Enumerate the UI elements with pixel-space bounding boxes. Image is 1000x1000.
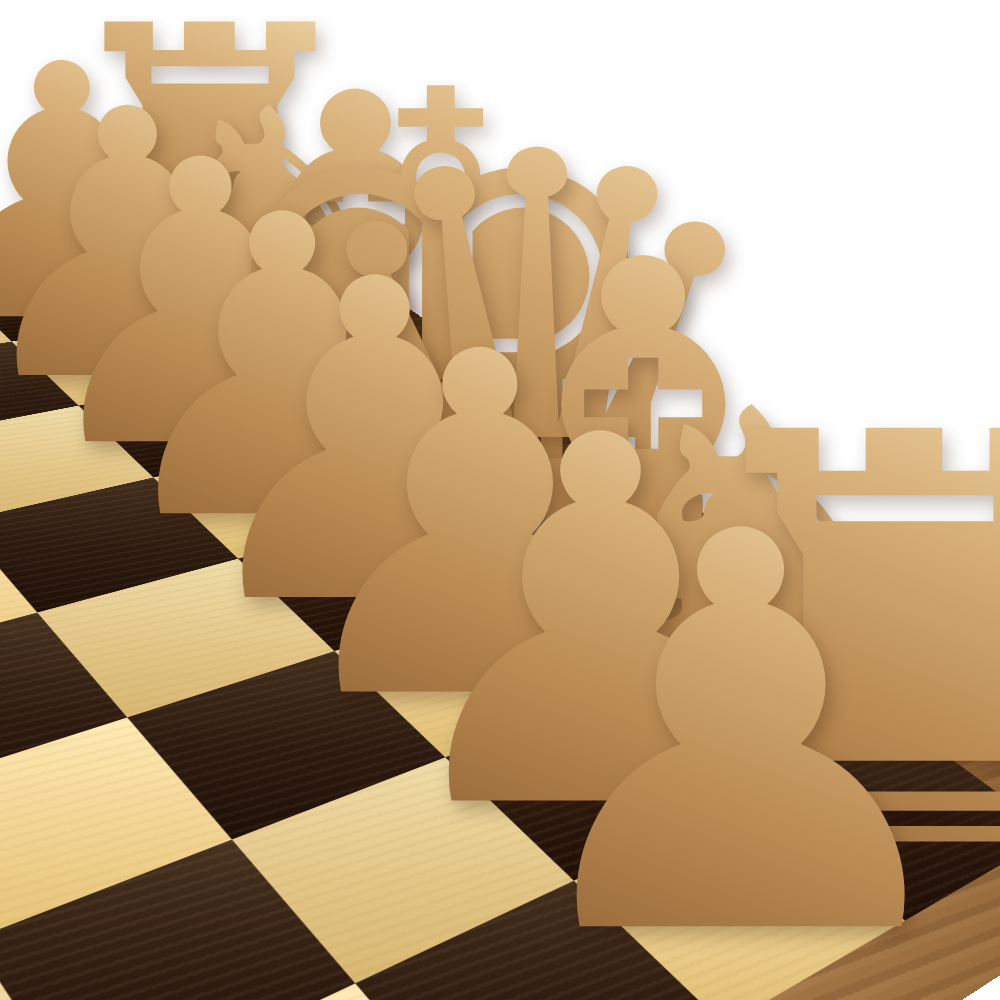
photo-scene: Wooden Staunton chess pieces in the star… (0, 0, 1000, 1000)
pawn-icon: ♟ (495, 418, 986, 1000)
piece-white-pawn-a2[interactable]: ♟ (495, 463, 986, 1000)
